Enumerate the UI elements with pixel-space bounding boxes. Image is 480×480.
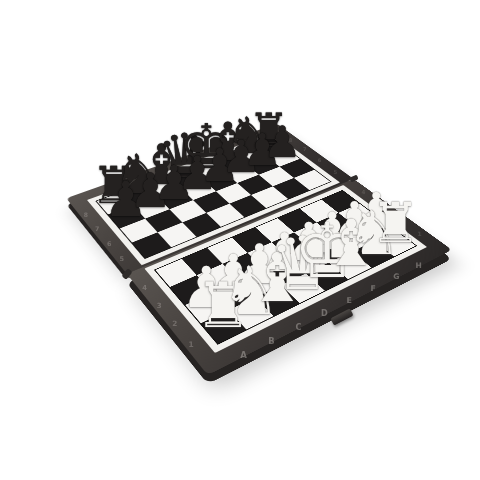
piece-white-rook-h1[interactable]: ♜ xyxy=(371,197,421,252)
chess-set-photo: ABCDEFGH1234567812345678♜♞♝♛♚♝♞♜♟♟♟♟♟♟♟♟… xyxy=(0,0,480,480)
piece-black-pawn-h7[interactable]: ♟ xyxy=(263,120,302,164)
